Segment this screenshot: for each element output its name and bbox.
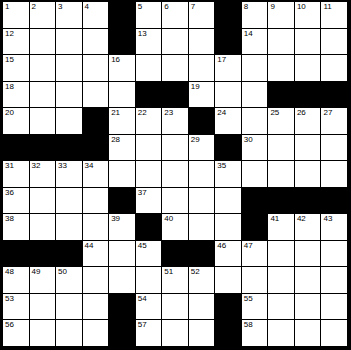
clue-number-48: 48 [5,267,14,277]
cell-r12c11[interactable] [268,294,294,320]
cell-r10c10[interactable]: 47 [242,241,268,267]
cell-r7c11[interactable] [268,161,294,187]
clue-number-2: 2 [32,2,36,12]
cell-r1c7[interactable]: 6 [162,2,188,28]
black-square-r6c3 [56,135,82,161]
cell-r2c2[interactable] [30,29,56,55]
cell-r2c7[interactable] [162,29,188,55]
black-square-r8c10 [242,188,268,214]
cell-r7c8[interactable] [189,161,215,187]
cell-r12c10[interactable]: 55 [242,294,268,320]
cell-r4c3[interactable] [56,82,82,108]
cell-r12c2[interactable] [30,294,56,320]
black-square-r13c9 [215,320,241,346]
cell-r2c1[interactable]: 12 [3,29,29,55]
clue-number-49: 49 [32,267,41,277]
black-square-r4c13 [321,82,347,108]
cell-r11c11[interactable] [268,267,294,293]
cell-r3c12[interactable] [295,55,321,81]
cell-r7c12[interactable] [295,161,321,187]
cell-r12c12[interactable] [295,294,321,320]
cell-r7c13[interactable] [321,161,347,187]
clue-number-32: 32 [32,161,41,171]
cell-r9c11[interactable]: 41 [268,214,294,240]
cell-r3c2[interactable] [30,55,56,81]
clue-number-23: 23 [164,108,173,118]
clue-number-47: 47 [244,241,253,251]
black-square-r12c5 [109,294,135,320]
black-square-r4c11 [268,82,294,108]
black-square-r10c2 [30,241,56,267]
cell-r4c4[interactable] [83,82,109,108]
cell-r3c7[interactable] [162,55,188,81]
clue-number-7: 7 [191,2,195,12]
clue-number-52: 52 [191,267,200,277]
cell-r11c12[interactable] [295,267,321,293]
cell-r8c7[interactable] [162,188,188,214]
cell-r13c3[interactable] [56,320,82,346]
clue-number-30: 30 [244,135,253,145]
black-square-r10c3 [56,241,82,267]
clue-number-11: 11 [323,2,331,12]
black-square-r9c10 [242,214,268,240]
clue-number-16: 16 [111,55,120,65]
cell-r7c7[interactable] [162,161,188,187]
clue-number-26: 26 [297,108,306,118]
clue-number-53: 53 [5,294,14,304]
cell-r6c5[interactable]: 28 [109,135,135,161]
clue-number-37: 37 [138,188,147,198]
cell-r5c1[interactable]: 20 [3,108,29,134]
clue-number-15: 15 [5,55,14,65]
cell-r9c8[interactable] [189,214,215,240]
cell-r4c1[interactable]: 18 [3,82,29,108]
cell-r12c8[interactable] [189,294,215,320]
cell-r8c4[interactable] [83,188,109,214]
clue-number-24: 24 [217,108,226,118]
cell-r10c4[interactable]: 44 [83,241,109,267]
cell-r11c8[interactable]: 52 [189,267,215,293]
clue-number-21: 21 [111,108,120,118]
clue-number-28: 28 [111,135,120,145]
cell-r1c2[interactable]: 2 [30,2,56,28]
cell-r9c7[interactable]: 40 [162,214,188,240]
clue-number-18: 18 [5,82,14,92]
clue-number-46: 46 [217,241,226,251]
cell-r12c7[interactable] [162,294,188,320]
clue-number-3: 3 [58,2,62,12]
cell-r6c11[interactable] [268,135,294,161]
clue-number-54: 54 [138,294,147,304]
black-square-r2c5 [109,29,135,55]
cell-r12c4[interactable] [83,294,109,320]
cell-r7c5[interactable] [109,161,135,187]
cell-r13c7[interactable] [162,320,188,346]
cell-r1c3[interactable]: 3 [56,2,82,28]
cell-r6c7[interactable] [162,135,188,161]
cell-r1c6[interactable]: 5 [136,2,162,28]
cell-r12c1[interactable]: 53 [3,294,29,320]
clue-number-44: 44 [85,241,94,251]
cell-r13c12[interactable] [295,320,321,346]
cell-r8c3[interactable] [56,188,82,214]
cell-r9c12[interactable]: 42 [295,214,321,240]
black-square-r10c1 [3,241,29,267]
cell-r11c3[interactable]: 50 [56,267,82,293]
black-square-r9c6 [136,214,162,240]
cell-r1c8[interactable]: 7 [189,2,215,28]
cell-r13c6[interactable]: 57 [136,320,162,346]
cell-r2c10[interactable]: 14 [242,29,268,55]
black-square-r8c12 [295,188,321,214]
cell-r3c8[interactable] [189,55,215,81]
cell-r5c7[interactable]: 23 [162,108,188,134]
clue-number-39: 39 [111,214,120,224]
cell-r10c6[interactable]: 45 [136,241,162,267]
cell-r2c11[interactable] [268,29,294,55]
black-square-r6c4 [83,135,109,161]
black-square-r1c9 [215,2,241,28]
cell-r3c5[interactable]: 16 [109,55,135,81]
black-square-r12c9 [215,294,241,320]
cell-r10c5[interactable] [109,241,135,267]
black-square-r6c1 [3,135,29,161]
cell-r13c8[interactable] [189,320,215,346]
cell-r5c9[interactable]: 24 [215,108,241,134]
cell-r11c7[interactable]: 51 [162,267,188,293]
cell-r7c2[interactable]: 32 [30,161,56,187]
black-square-r6c2 [30,135,56,161]
cell-r5c6[interactable]: 22 [136,108,162,134]
cell-r8c2[interactable] [30,188,56,214]
black-square-r6c9 [215,135,241,161]
clue-number-31: 31 [5,161,14,171]
cell-r11c5[interactable] [109,267,135,293]
cell-r9c3[interactable] [56,214,82,240]
cell-r5c3[interactable] [56,108,82,134]
cell-r13c13[interactable] [321,320,347,346]
cell-r4c8[interactable]: 19 [189,82,215,108]
clue-number-13: 13 [138,29,147,39]
clue-number-40: 40 [164,214,173,224]
clue-number-4: 4 [85,2,89,12]
cell-r5c11[interactable]: 25 [268,108,294,134]
cell-r4c2[interactable] [30,82,56,108]
clue-number-33: 33 [58,161,67,171]
clue-number-8: 8 [244,2,248,12]
black-square-r1c5 [109,2,135,28]
cell-r13c1[interactable]: 56 [3,320,29,346]
cell-r11c4[interactable] [83,267,109,293]
clue-number-5: 5 [138,2,142,12]
clue-number-57: 57 [138,320,147,330]
cell-r4c9[interactable] [215,82,241,108]
cell-r3c13[interactable] [321,55,347,81]
cell-r1c12[interactable]: 10 [295,2,321,28]
clue-number-56: 56 [5,320,14,330]
crossword-grid: 1234567891011121314151617181920212223242… [0,0,351,350]
cell-r8c8[interactable] [189,188,215,214]
cell-r6c12[interactable] [295,135,321,161]
cell-r9c5[interactable]: 39 [109,214,135,240]
clue-number-35: 35 [217,161,226,171]
clue-number-58: 58 [244,320,253,330]
black-square-r10c7 [162,241,188,267]
cell-r5c2[interactable] [30,108,56,134]
cell-r9c9[interactable] [215,214,241,240]
cell-r7c3[interactable]: 33 [56,161,82,187]
cell-r11c1[interactable]: 48 [3,267,29,293]
cell-r3c10[interactable] [242,55,268,81]
cell-r4c5[interactable] [109,82,135,108]
clue-number-19: 19 [191,82,200,92]
cell-r2c13[interactable] [321,29,347,55]
clue-number-41: 41 [270,214,279,224]
cell-r6c10[interactable]: 30 [242,135,268,161]
cell-r2c6[interactable]: 13 [136,29,162,55]
cell-r5c12[interactable]: 26 [295,108,321,134]
cell-r13c10[interactable]: 58 [242,320,268,346]
black-square-r8c11 [268,188,294,214]
cell-r3c1[interactable]: 15 [3,55,29,81]
cell-r7c4[interactable]: 34 [83,161,109,187]
black-square-r2c9 [215,29,241,55]
cell-r9c4[interactable] [83,214,109,240]
cell-r3c11[interactable] [268,55,294,81]
cell-r11c13[interactable] [321,267,347,293]
black-square-r5c8 [189,108,215,134]
clue-number-17: 17 [217,55,226,65]
cell-r12c13[interactable] [321,294,347,320]
clue-number-6: 6 [164,2,168,12]
cell-r1c4[interactable]: 4 [83,2,109,28]
cell-r1c13[interactable]: 11 [321,2,347,28]
clue-number-43: 43 [323,214,332,224]
cell-r12c3[interactable] [56,294,82,320]
cell-r11c2[interactable]: 49 [30,267,56,293]
cell-r5c13[interactable]: 27 [321,108,347,134]
cell-r13c2[interactable] [30,320,56,346]
clue-number-14: 14 [244,29,253,39]
cell-r4c10[interactable] [242,82,268,108]
cell-r3c6[interactable] [136,55,162,81]
clue-number-27: 27 [323,108,332,118]
clue-number-55: 55 [244,294,253,304]
cell-r10c12[interactable] [295,241,321,267]
black-square-r4c6 [136,82,162,108]
cell-r8c1[interactable]: 36 [3,188,29,214]
clue-number-38: 38 [5,214,14,224]
cell-r11c9[interactable] [215,267,241,293]
cell-r9c1[interactable]: 38 [3,214,29,240]
cell-r3c9[interactable]: 17 [215,55,241,81]
clue-number-20: 20 [5,108,14,118]
cell-r5c5[interactable]: 21 [109,108,135,134]
clue-number-51: 51 [164,267,173,277]
black-square-r13c5 [109,320,135,346]
clue-number-10: 10 [297,2,306,12]
clue-number-36: 36 [5,188,14,198]
clue-number-34: 34 [85,161,94,171]
cell-r13c11[interactable] [268,320,294,346]
cell-r1c10[interactable]: 8 [242,2,268,28]
cell-r6c13[interactable] [321,135,347,161]
cell-r10c11[interactable] [268,241,294,267]
black-square-r5c4 [83,108,109,134]
cell-r6c6[interactable] [136,135,162,161]
cell-r3c4[interactable] [83,55,109,81]
cell-r8c6[interactable]: 37 [136,188,162,214]
clue-number-22: 22 [138,108,147,118]
cell-r2c3[interactable] [56,29,82,55]
cell-r9c13[interactable]: 43 [321,214,347,240]
cell-r3c3[interactable] [56,55,82,81]
clue-number-29: 29 [191,135,200,145]
cell-r7c9[interactable]: 35 [215,161,241,187]
cell-r8c9[interactable] [215,188,241,214]
cell-r9c2[interactable] [30,214,56,240]
cell-r7c6[interactable] [136,161,162,187]
cell-r7c1[interactable]: 31 [3,161,29,187]
black-square-r4c7 [162,82,188,108]
clue-number-25: 25 [270,108,279,118]
clue-number-1: 1 [5,2,9,12]
cell-r12c6[interactable]: 54 [136,294,162,320]
black-square-r8c13 [321,188,347,214]
black-square-r4c12 [295,82,321,108]
cell-r10c9[interactable]: 46 [215,241,241,267]
cell-r7c10[interactable] [242,161,268,187]
black-square-r8c5 [109,188,135,214]
cell-r6c8[interactable]: 29 [189,135,215,161]
cell-r5c10[interactable] [242,108,268,134]
cell-r13c4[interactable] [83,320,109,346]
cell-r11c10[interactable] [242,267,268,293]
black-square-r10c8 [189,241,215,267]
cell-r11c6[interactable] [136,267,162,293]
clue-number-9: 9 [270,2,274,12]
cell-r2c4[interactable] [83,29,109,55]
clue-number-45: 45 [138,241,147,251]
clue-number-42: 42 [297,214,306,224]
cell-r10c13[interactable] [321,241,347,267]
cell-r1c11[interactable]: 9 [268,2,294,28]
clue-number-50: 50 [58,267,67,277]
cell-r2c8[interactable] [189,29,215,55]
cell-r1c1[interactable]: 1 [3,2,29,28]
cell-r2c12[interactable] [295,29,321,55]
clue-number-12: 12 [5,29,14,39]
